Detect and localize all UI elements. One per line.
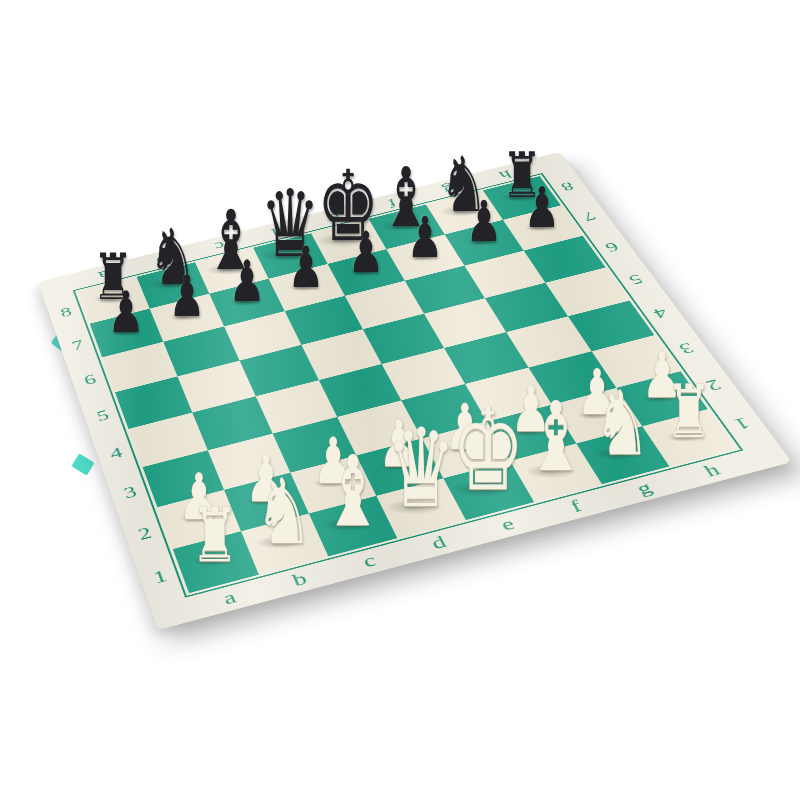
piece-black-pawn-b7[interactable]: ♟ xyxy=(168,269,205,326)
piece-white-knight-b1[interactable]: ♞ xyxy=(255,467,313,557)
piece-black-pawn-d7[interactable]: ♟ xyxy=(288,239,325,296)
piece-white-bishop-c1[interactable]: ♝ xyxy=(321,443,383,540)
piece-black-pawn-h7[interactable]: ♟ xyxy=(524,180,560,236)
piece-white-bishop-f1[interactable]: ♝ xyxy=(525,391,587,487)
piece-white-rook-a1[interactable]: ♜ xyxy=(191,498,239,573)
pieces-layer: ♜♞♝♛♚♝♞♜♟♟♟♟♟♟♟♟♟♟♟♟♟♟♟♟♜♞♝♛♚♝♞♜ xyxy=(0,0,800,800)
piece-white-knight-g1[interactable]: ♞ xyxy=(594,379,651,468)
piece-black-pawn-g7[interactable]: ♟ xyxy=(466,194,502,250)
photo-stage: 8877665544332211aabbccddeeffgghh ♜♞♝♛♚♝♞… xyxy=(0,0,800,800)
piece-white-rook-h1[interactable]: ♜ xyxy=(665,375,712,448)
piece-black-pawn-f7[interactable]: ♟ xyxy=(407,209,444,266)
piece-black-pawn-a7[interactable]: ♟ xyxy=(108,284,145,341)
piece-black-pawn-e7[interactable]: ♟ xyxy=(348,224,385,281)
piece-white-queen-d1[interactable]: ♛ xyxy=(386,415,456,524)
piece-black-pawn-c7[interactable]: ♟ xyxy=(228,254,265,311)
piece-white-king-e1[interactable]: ♚ xyxy=(451,393,525,507)
